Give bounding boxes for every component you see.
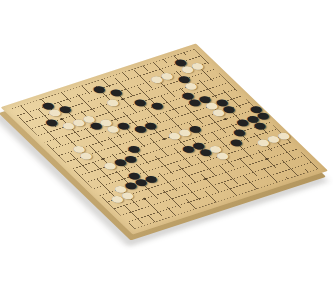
go-board-photo: ●●●●●●●●●●●●●●●●●●●●●●●●●●●●●●●●●●●●●●●●… [0, 0, 333, 285]
hoshi-point [142, 198, 146, 200]
hoshi-point [265, 158, 269, 160]
white-stone: ● [214, 151, 231, 161]
hoshi-point [204, 178, 208, 180]
black-stone: ● [148, 101, 165, 111]
black-stone: ● [227, 137, 244, 147]
board-plane: ●●●●●●●●●●●●●●●●●●●●●●●●●●●●●●●●●●●●●●●●… [10, 49, 319, 229]
black-stone: ● [251, 121, 268, 131]
white-stone: ● [77, 151, 94, 161]
hoshi-point [121, 98, 125, 100]
white-stone: ● [104, 97, 121, 107]
hoshi-point [223, 118, 227, 120]
hoshi-point [162, 138, 166, 140]
board-grid: ●●●●●●●●●●●●●●●●●●●●●●●●●●●●●●●●●●●●●●●●… [10, 49, 319, 229]
